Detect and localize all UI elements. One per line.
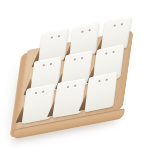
wooden-tray	[16, 30, 134, 130]
earring-hole	[42, 64, 44, 66]
earring-holes	[65, 55, 93, 62]
earring-holes	[88, 77, 117, 85]
card-slot	[86, 72, 118, 104]
earring-holes	[41, 34, 68, 41]
card-slot	[23, 84, 55, 116]
earring-hole	[74, 58, 76, 60]
card-grid	[25, 17, 131, 116]
earring-holes	[104, 22, 131, 28]
card-slot	[101, 16, 133, 48]
earring-hole	[120, 23, 122, 25]
earring-holes	[25, 89, 54, 96]
earring-hole	[50, 36, 52, 38]
earring-hole	[50, 63, 52, 65]
earring-holes	[96, 49, 124, 57]
earring-hole	[113, 24, 115, 26]
earring-holes	[72, 27, 99, 34]
earring-holes	[57, 83, 86, 90]
earring-hole	[105, 52, 107, 54]
earring-hole	[98, 80, 100, 82]
earring-card	[85, 72, 118, 113]
earring-holes	[33, 61, 61, 68]
earring-hole	[113, 51, 115, 53]
card-slot	[54, 78, 86, 110]
earring-hole	[67, 86, 69, 88]
earring-hole	[74, 85, 76, 87]
earring-hole	[35, 92, 37, 94]
earring-hole	[57, 35, 59, 37]
earring-hole	[42, 90, 44, 92]
product-photo	[0, 0, 160, 160]
earring-hole	[81, 31, 83, 33]
earring-hole	[81, 57, 83, 59]
earring-card	[21, 84, 55, 124]
card-slot	[93, 44, 125, 76]
earring-card	[53, 78, 87, 118]
earring-hole	[105, 79, 107, 81]
earring-hole	[88, 29, 90, 31]
